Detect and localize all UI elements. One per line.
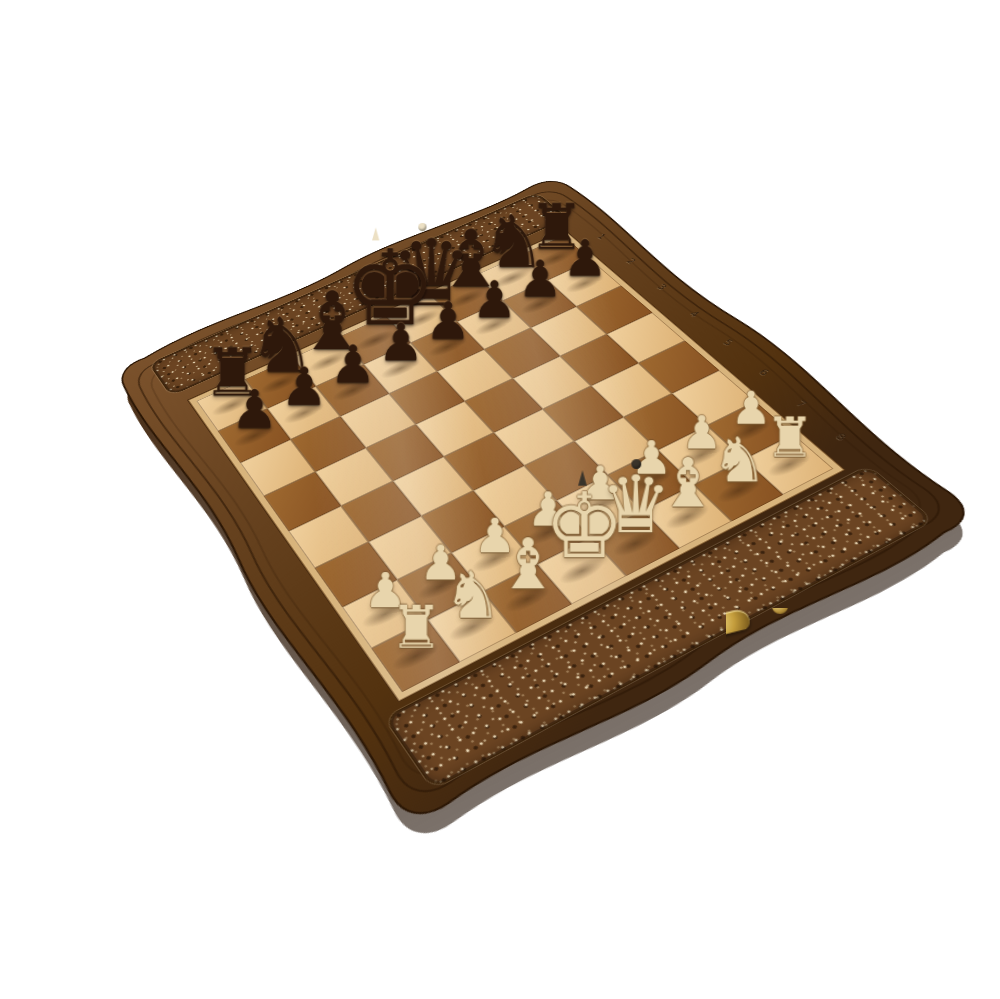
latch-knob-icon: [772, 598, 788, 614]
queen-ball-finial: [631, 459, 641, 469]
chess-case: 12345678 ♜♞♝♚♛♝♞♜♟♟♟♟♟♟♟♟♟♟♟♟♟♟♟♟♜♞♝♚♛♝♞…: [100, 167, 998, 846]
king-spike-finial: [578, 470, 587, 485]
product-photo-stage: 12345678 ♜♞♝♚♛♝♞♜♟♟♟♟♟♟♟♟♟♟♟♟♟♟♟♟♜♞♝♚♛♝♞…: [0, 0, 1000, 999]
piece-glyph: ♜: [377, 598, 456, 657]
piece-glyph: ♟: [221, 383, 289, 436]
king-spike-finial: [372, 228, 379, 241]
scene: 12345678 ♜♞♝♚♛♝♞♜♟♟♟♟♟♟♟♟♟♟♟♟♟♟♟♟♜♞♝♚♛♝♞…: [0, 0, 1000, 999]
